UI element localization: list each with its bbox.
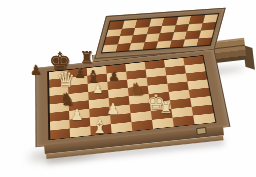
board-square — [152, 118, 174, 129]
board-square — [172, 115, 194, 126]
board-square — [91, 124, 112, 135]
chess-board-grid — [49, 56, 215, 140]
box-black-inlay — [101, 13, 219, 53]
board-square — [193, 113, 215, 124]
board-square — [111, 122, 132, 133]
board-square — [50, 128, 71, 139]
board-black-inlay — [47, 55, 216, 140]
board-clasp — [196, 127, 207, 135]
chess-set-photo: ♚♜♟♟♝♟♞♞♛♟♟♟♝♚♜ — [0, 0, 256, 177]
box-checker-grid — [102, 14, 218, 52]
board-square — [131, 120, 153, 131]
box-square — [196, 37, 212, 46]
board-square — [70, 126, 91, 137]
